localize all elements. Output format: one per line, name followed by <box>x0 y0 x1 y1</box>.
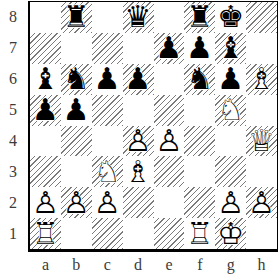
square-g5[interactable]: ♞♘ <box>215 95 246 126</box>
square-h3[interactable] <box>246 156 277 187</box>
white-queen: ♕ <box>246 126 277 157</box>
black-rook: ♜ <box>61 2 92 33</box>
square-f8[interactable]: ♜ <box>184 2 215 33</box>
black-pawn: ♟ <box>30 95 61 126</box>
white-bishop: ♗ <box>123 156 154 187</box>
square-c6[interactable]: ♟ <box>92 64 123 95</box>
square-a7[interactable] <box>30 33 61 64</box>
white-king: ♔ <box>215 218 246 249</box>
white-rook: ♖ <box>184 218 215 249</box>
square-c7[interactable] <box>92 33 123 64</box>
square-c8[interactable] <box>92 2 123 33</box>
rank-label-4: 4 <box>0 126 26 157</box>
white-pawn-fill: ♟ <box>123 126 154 157</box>
square-h6[interactable]: ♝♗ <box>246 64 277 95</box>
white-pawn: ♙ <box>30 187 61 218</box>
white-bishop: ♗ <box>246 64 277 95</box>
square-e1[interactable] <box>154 218 185 249</box>
black-pawn: ♟ <box>184 33 215 64</box>
square-d2[interactable] <box>123 187 154 218</box>
square-c2[interactable]: ♟♙ <box>92 187 123 218</box>
black-pawn: ♟ <box>123 64 154 95</box>
square-a5[interactable]: ♟ <box>30 95 61 126</box>
square-c3[interactable]: ♞♘ <box>92 156 123 187</box>
white-pawn: ♙ <box>215 187 246 218</box>
square-g7[interactable]: ♝ <box>215 33 246 64</box>
square-e4[interactable]: ♟♙ <box>154 126 185 157</box>
square-f7[interactable]: ♟ <box>184 33 215 64</box>
black-knight: ♞ <box>61 64 92 95</box>
black-pawn: ♟ <box>215 64 246 95</box>
black-king: ♚ <box>215 2 246 33</box>
white-rook: ♖ <box>30 218 61 249</box>
white-pawn: ♙ <box>123 126 154 157</box>
square-c4[interactable] <box>92 126 123 157</box>
white-pawn-fill: ♟ <box>154 126 185 157</box>
file-label-a: a <box>30 252 61 278</box>
square-g8[interactable]: ♚ <box>215 2 246 33</box>
chess-diagram: 87654321 ♜♛♜♚♟♟♝♝♞♟♟♞♟♝♗♟♟♞♘♟♙♟♙♛♕♞♘♝♗♟♙… <box>0 0 279 280</box>
rank-label-6: 6 <box>0 64 26 95</box>
square-g2[interactable]: ♟♙ <box>215 187 246 218</box>
black-pawn: ♟ <box>92 64 123 95</box>
white-rook-fill: ♜ <box>184 218 215 249</box>
rank-label-1: 1 <box>0 218 26 249</box>
black-pawn: ♟ <box>61 95 92 126</box>
square-h8[interactable] <box>246 2 277 33</box>
square-g6[interactable]: ♟ <box>215 64 246 95</box>
white-pawn: ♙ <box>92 187 123 218</box>
square-a1[interactable]: ♜♖ <box>30 218 61 249</box>
black-pawn: ♟ <box>154 33 185 64</box>
black-knight: ♞ <box>184 64 215 95</box>
square-b7[interactable] <box>61 33 92 64</box>
square-e5[interactable] <box>154 95 185 126</box>
square-f5[interactable] <box>184 95 215 126</box>
rank-label-8: 8 <box>0 2 26 33</box>
white-knight-fill: ♞ <box>215 95 246 126</box>
square-d8[interactable]: ♛ <box>123 2 154 33</box>
square-c1[interactable] <box>92 218 123 249</box>
white-knight: ♘ <box>215 95 246 126</box>
square-a6[interactable]: ♝ <box>30 64 61 95</box>
square-a8[interactable] <box>30 2 61 33</box>
square-g1[interactable]: ♚♔ <box>215 218 246 249</box>
file-label-h: h <box>246 252 277 278</box>
square-e8[interactable] <box>154 2 185 33</box>
square-h4[interactable]: ♛♕ <box>246 126 277 157</box>
white-pawn-fill: ♟ <box>246 187 277 218</box>
file-label-f: f <box>184 252 215 278</box>
square-d1[interactable] <box>123 218 154 249</box>
square-d3[interactable]: ♝♗ <box>123 156 154 187</box>
square-h1[interactable] <box>246 218 277 249</box>
square-b2[interactable]: ♟♙ <box>61 187 92 218</box>
square-f1[interactable]: ♜♖ <box>184 218 215 249</box>
square-f3[interactable] <box>184 156 215 187</box>
chess-board[interactable]: ♜♛♜♚♟♟♝♝♞♟♟♞♟♝♗♟♟♞♘♟♙♟♙♛♕♞♘♝♗♟♙♟♙♟♙♟♙♟♙♜… <box>28 1 278 252</box>
square-g4[interactable] <box>215 126 246 157</box>
white-pawn-fill: ♟ <box>30 187 61 218</box>
rank-label-2: 2 <box>0 187 26 218</box>
rank-label-7: 7 <box>0 33 26 64</box>
square-d7[interactable] <box>123 33 154 64</box>
square-f2[interactable] <box>184 187 215 218</box>
file-label-d: d <box>123 252 154 278</box>
file-label-b: b <box>61 252 92 278</box>
white-king-fill: ♚ <box>215 218 246 249</box>
square-a4[interactable] <box>30 126 61 157</box>
white-queen-fill: ♛ <box>246 126 277 157</box>
square-b3[interactable] <box>61 156 92 187</box>
white-bishop-fill: ♝ <box>123 156 154 187</box>
square-e2[interactable] <box>154 187 185 218</box>
square-b1[interactable] <box>61 218 92 249</box>
square-h5[interactable] <box>246 95 277 126</box>
black-queen: ♛ <box>123 2 154 33</box>
black-rook: ♜ <box>184 2 215 33</box>
square-f6[interactable]: ♞ <box>184 64 215 95</box>
square-a2[interactable]: ♟♙ <box>30 187 61 218</box>
white-pawn-fill: ♟ <box>61 187 92 218</box>
square-e7[interactable]: ♟ <box>154 33 185 64</box>
square-c5[interactable] <box>92 95 123 126</box>
square-h7[interactable] <box>246 33 277 64</box>
white-pawn: ♙ <box>154 126 185 157</box>
white-pawn: ♙ <box>61 187 92 218</box>
square-h2[interactable]: ♟♙ <box>246 187 277 218</box>
file-label-g: g <box>215 252 246 278</box>
square-d4[interactable]: ♟♙ <box>123 126 154 157</box>
square-d6[interactable]: ♟ <box>123 64 154 95</box>
square-a3[interactable] <box>30 156 61 187</box>
file-label-c: c <box>92 252 123 278</box>
rank-label-3: 3 <box>0 156 26 187</box>
white-pawn: ♙ <box>246 187 277 218</box>
square-b6[interactable]: ♞ <box>61 64 92 95</box>
black-bishop: ♝ <box>30 64 61 95</box>
square-b5[interactable]: ♟ <box>61 95 92 126</box>
rank-label-5: 5 <box>0 95 26 126</box>
square-e6[interactable] <box>154 64 185 95</box>
file-labels: abcdefgh <box>30 252 277 278</box>
square-b8[interactable]: ♜ <box>61 2 92 33</box>
white-bishop-fill: ♝ <box>246 64 277 95</box>
white-rook-fill: ♜ <box>30 218 61 249</box>
square-e3[interactable] <box>154 156 185 187</box>
file-label-e: e <box>154 252 185 278</box>
square-d5[interactable] <box>123 95 154 126</box>
white-pawn-fill: ♟ <box>215 187 246 218</box>
white-pawn-fill: ♟ <box>92 187 123 218</box>
white-knight-fill: ♞ <box>92 156 123 187</box>
rank-labels: 87654321 <box>0 2 26 249</box>
white-knight: ♘ <box>92 156 123 187</box>
square-b4[interactable] <box>61 126 92 157</box>
square-f4[interactable] <box>184 126 215 157</box>
black-bishop: ♝ <box>215 33 246 64</box>
square-g3[interactable] <box>215 156 246 187</box>
